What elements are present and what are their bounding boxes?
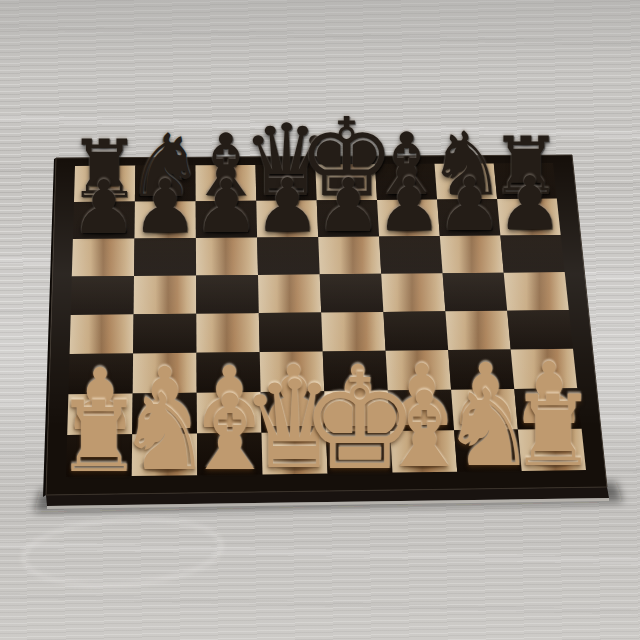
piece-white-rook-h1[interactable]: ♜ [509, 382, 597, 480]
piece-black-pawn-a7[interactable]: ♟ [71, 171, 137, 245]
piece-black-pawn-c7[interactable]: ♟ [193, 170, 259, 244]
square-c5[interactable] [196, 275, 259, 314]
photo-scene: ♜♞♝♛♚♝♞♜♟♟♟♟♟♟♟♟♟♟♟♟♟♟♟♟♜♞♝♛♚♝♞♜ [0, 0, 640, 640]
piece-black-pawn-g7[interactable]: ♟ [436, 168, 502, 242]
square-d5[interactable] [258, 274, 321, 313]
piece-black-pawn-f7[interactable]: ♟ [376, 168, 442, 242]
piece-black-pawn-e7[interactable]: ♟ [315, 169, 381, 243]
square-f5[interactable] [381, 273, 445, 312]
square-a5[interactable] [71, 276, 134, 315]
square-a4[interactable] [70, 314, 134, 354]
square-b4[interactable] [133, 314, 196, 354]
square-c4[interactable] [196, 313, 259, 353]
square-h5[interactable] [504, 272, 569, 311]
square-g5[interactable] [443, 273, 508, 312]
piece-black-pawn-d7[interactable]: ♟ [254, 169, 320, 243]
piece-black-pawn-h7[interactable]: ♟ [497, 167, 563, 241]
square-e5[interactable] [320, 274, 384, 313]
piece-black-pawn-b7[interactable]: ♟ [132, 170, 198, 244]
square-b5[interactable] [134, 275, 197, 314]
